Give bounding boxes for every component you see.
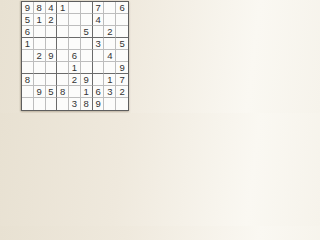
sudoku-cell-r7c8[interactable]: 1 xyxy=(104,74,116,86)
sudoku-cell-r2c9[interactable] xyxy=(116,14,128,26)
sudoku-cell-r1c4[interactable]: 1 xyxy=(57,2,69,14)
sudoku-cell-r4c8[interactable] xyxy=(104,38,116,50)
sudoku-cell-r3c2[interactable] xyxy=(34,26,46,38)
sudoku-cell-r6c8[interactable] xyxy=(104,62,116,74)
sudoku-cell-r4c6[interactable] xyxy=(81,38,93,50)
sudoku-cell-r2c8[interactable] xyxy=(104,14,116,26)
sudoku-cell-r6c1[interactable] xyxy=(22,62,34,74)
sudoku-cell-r6c6[interactable] xyxy=(81,62,93,74)
sudoku-cell-r6c7[interactable] xyxy=(93,62,105,74)
sudoku-cell-r2c4[interactable] xyxy=(57,14,69,26)
sudoku-cell-r9c5[interactable]: 3 xyxy=(69,98,81,110)
sudoku-cell-r8c3[interactable]: 5 xyxy=(46,86,58,98)
sudoku-cell-r6c5[interactable]: 1 xyxy=(69,62,81,74)
sudoku-cell-r9c9[interactable] xyxy=(116,98,128,110)
sudoku-cell-r8c5[interactable] xyxy=(69,86,81,98)
sudoku-cell-r9c2[interactable] xyxy=(34,98,46,110)
sudoku-cell-r5c8[interactable]: 4 xyxy=(104,50,116,62)
sudoku-cell-r7c7[interactable] xyxy=(93,74,105,86)
sudoku-cell-r5c6[interactable] xyxy=(81,50,93,62)
sudoku-cell-r9c6[interactable]: 8 xyxy=(81,98,93,110)
sudoku-cell-r1c3[interactable]: 4 xyxy=(46,2,58,14)
sudoku-cell-r1c7[interactable]: 7 xyxy=(93,2,105,14)
sudoku-cell-r9c1[interactable] xyxy=(22,98,34,110)
sudoku-cell-r3c7[interactable] xyxy=(93,26,105,38)
sudoku-cell-r8c2[interactable]: 9 xyxy=(34,86,46,98)
sudoku-cell-r4c7[interactable]: 3 xyxy=(93,38,105,50)
sudoku-cell-r5c5[interactable]: 6 xyxy=(69,50,81,62)
sudoku-cell-r3c4[interactable] xyxy=(57,26,69,38)
sudoku-cell-r5c1[interactable] xyxy=(22,50,34,62)
sudoku-cell-r8c8[interactable]: 3 xyxy=(104,86,116,98)
sudoku-cell-r4c4[interactable] xyxy=(57,38,69,50)
sudoku-cell-r9c3[interactable] xyxy=(46,98,58,110)
sudoku-cell-r2c6[interactable] xyxy=(81,14,93,26)
sudoku-cell-r7c1[interactable]: 8 xyxy=(22,74,34,86)
sudoku-cell-r1c9[interactable]: 6 xyxy=(116,2,128,14)
sudoku-cell-r8c4[interactable]: 8 xyxy=(57,86,69,98)
sudoku-cell-r7c6[interactable]: 9 xyxy=(81,74,93,86)
sudoku-cell-r8c7[interactable]: 6 xyxy=(93,86,105,98)
sudoku-cell-r1c6[interactable] xyxy=(81,2,93,14)
sudoku-cell-r2c7[interactable]: 4 xyxy=(93,14,105,26)
sudoku-cell-r5c4[interactable] xyxy=(57,50,69,62)
sudoku-cell-r9c4[interactable] xyxy=(57,98,69,110)
sudoku-cell-r7c3[interactable] xyxy=(46,74,58,86)
sudoku-cell-r6c2[interactable] xyxy=(34,62,46,74)
sudoku-cell-r7c2[interactable] xyxy=(34,74,46,86)
sudoku-cell-r3c6[interactable]: 5 xyxy=(81,26,93,38)
sudoku-cell-r1c1[interactable]: 9 xyxy=(22,2,34,14)
sudoku-cell-r4c1[interactable]: 1 xyxy=(22,38,34,50)
sudoku-cell-r8c6[interactable]: 1 xyxy=(81,86,93,98)
sudoku-cell-r3c3[interactable] xyxy=(46,26,58,38)
sudoku-cell-r6c9[interactable]: 9 xyxy=(116,62,128,74)
sudoku-cell-r5c2[interactable]: 2 xyxy=(34,50,46,62)
sudoku-cell-r5c3[interactable]: 9 xyxy=(46,50,58,62)
sudoku-cell-r7c4[interactable] xyxy=(57,74,69,86)
sudoku-cell-r1c2[interactable]: 8 xyxy=(34,2,46,14)
sudoku-cell-r5c7[interactable] xyxy=(93,50,105,62)
sudoku-cell-r4c5[interactable] xyxy=(69,38,81,50)
sudoku-cell-r6c3[interactable] xyxy=(46,62,58,74)
sudoku-cell-r1c8[interactable] xyxy=(104,2,116,14)
sudoku-cell-r8c9[interactable]: 2 xyxy=(116,86,128,98)
sudoku-cell-r9c8[interactable] xyxy=(104,98,116,110)
sudoku-cell-r9c7[interactable]: 9 xyxy=(93,98,105,110)
sudoku-cell-r6c4[interactable] xyxy=(57,62,69,74)
page-background: { "game": "sudoku", "position": "9841..7… xyxy=(0,0,150,113)
sudoku-cell-r4c3[interactable] xyxy=(46,38,58,50)
sudoku-cell-r2c5[interactable] xyxy=(69,14,81,26)
sudoku-board: 9841765124652135296419829179581632389 xyxy=(21,1,129,111)
sudoku-cell-r4c2[interactable] xyxy=(34,38,46,50)
sudoku-cell-r2c1[interactable]: 5 xyxy=(22,14,34,26)
sudoku-cell-r3c1[interactable]: 6 xyxy=(22,26,34,38)
sudoku-cell-r8c1[interactable] xyxy=(22,86,34,98)
sudoku-cell-r3c8[interactable]: 2 xyxy=(104,26,116,38)
sudoku-cell-r3c5[interactable] xyxy=(69,26,81,38)
sudoku-cell-r3c9[interactable] xyxy=(116,26,128,38)
sudoku-cell-r7c9[interactable]: 7 xyxy=(116,74,128,86)
sudoku-cell-r2c3[interactable]: 2 xyxy=(46,14,58,26)
sudoku-cell-r2c2[interactable]: 1 xyxy=(34,14,46,26)
sudoku-cell-r1c5[interactable] xyxy=(69,2,81,14)
sudoku-cell-r7c5[interactable]: 2 xyxy=(69,74,81,86)
sudoku-cell-r4c9[interactable]: 5 xyxy=(116,38,128,50)
sudoku-cell-r5c9[interactable] xyxy=(116,50,128,62)
